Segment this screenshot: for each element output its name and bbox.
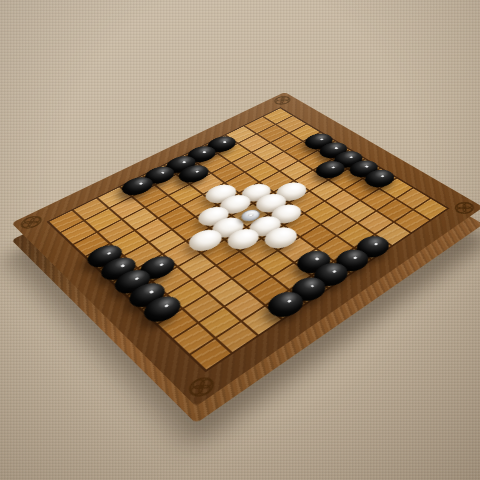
celtic-knot-icon [447, 197, 480, 219]
celtic-knot-icon [13, 211, 50, 234]
photo-scene: ✦ [0, 0, 480, 480]
celtic-knot-icon [267, 93, 297, 109]
hnefatafl-board: ✦ [11, 92, 480, 406]
